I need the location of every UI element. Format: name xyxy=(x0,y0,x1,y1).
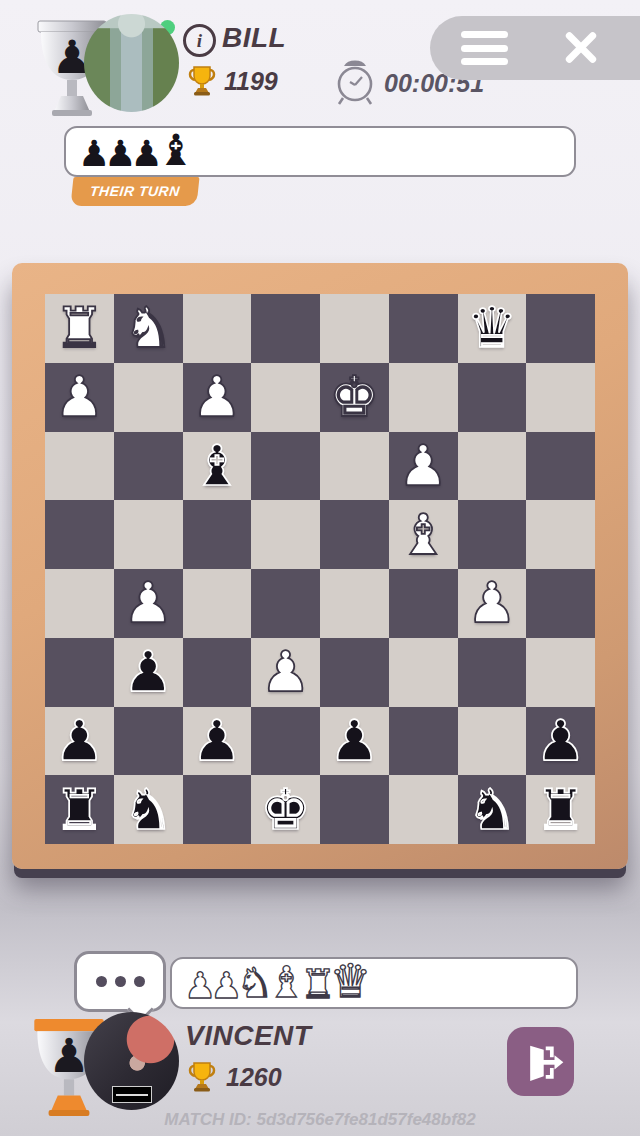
square-c1[interactable] xyxy=(389,294,458,363)
square-e5[interactable] xyxy=(251,569,320,638)
square-h4[interactable] xyxy=(45,500,114,569)
player-captured-tray: ♟♟♞♝♜♛ xyxy=(170,957,578,1009)
square-c8[interactable] xyxy=(389,775,458,844)
opponent-rating: 1199 xyxy=(224,67,278,96)
piece-black-pawn: ♟ xyxy=(192,713,242,769)
square-h7[interactable]: ♟ xyxy=(45,707,114,776)
piece-white-pawn: ♟ xyxy=(398,438,448,494)
square-g7[interactable] xyxy=(114,707,183,776)
square-b8[interactable]: ♞ xyxy=(458,775,527,844)
square-h2[interactable]: ♟ xyxy=(45,363,114,432)
square-f1[interactable] xyxy=(183,294,252,363)
piece-white-rook: ♜ xyxy=(54,300,104,356)
square-c6[interactable] xyxy=(389,638,458,707)
piece-black-knight: ♞ xyxy=(123,782,173,838)
piece-white-bishop: ♝ xyxy=(398,507,448,563)
square-d8[interactable] xyxy=(320,775,389,844)
exit-door-icon xyxy=(518,1038,564,1086)
square-f3[interactable]: ♝ xyxy=(183,432,252,501)
square-h3[interactable] xyxy=(45,432,114,501)
exit-button[interactable] xyxy=(507,1027,574,1096)
piece-white-knight: ♞ xyxy=(123,300,173,356)
square-d2[interactable]: ♚ xyxy=(320,363,389,432)
square-b2[interactable] xyxy=(458,363,527,432)
piece-black-rook: ♜ xyxy=(536,782,586,838)
square-a7[interactable]: ♟ xyxy=(526,707,595,776)
piece-white-king: ♚ xyxy=(329,369,379,425)
square-a8[interactable]: ♜ xyxy=(526,775,595,844)
square-g1[interactable]: ♞ xyxy=(114,294,183,363)
square-b1[interactable]: ♛ xyxy=(458,294,527,363)
square-g3[interactable] xyxy=(114,432,183,501)
player-name: VINCENT xyxy=(185,1020,311,1052)
square-c7[interactable] xyxy=(389,707,458,776)
square-g5[interactable]: ♟ xyxy=(114,569,183,638)
chess-board-frame: ♜♞♛♟♟♚♝♟♝♟♟♟♟♟♟♟♟♜♞♚♞♜ xyxy=(12,263,628,869)
piece-white-pawn: ♟ xyxy=(467,575,517,631)
square-h5[interactable] xyxy=(45,569,114,638)
piece-black-bishop: ♝ xyxy=(192,438,242,494)
square-f5[interactable] xyxy=(183,569,252,638)
parental-advisory-label xyxy=(112,1086,152,1103)
square-f7[interactable]: ♟ xyxy=(183,707,252,776)
square-e6[interactable]: ♟ xyxy=(251,638,320,707)
opponent-rating-trophy-icon xyxy=(186,64,218,96)
piece-black-rook: ♜ xyxy=(54,782,104,838)
square-f6[interactable] xyxy=(183,638,252,707)
square-g4[interactable] xyxy=(114,500,183,569)
chess-board: ♜♞♛♟♟♚♝♟♝♟♟♟♟♟♟♟♟♜♞♚♞♜ xyxy=(45,294,595,844)
turn-badge: THEIR TURN xyxy=(70,177,199,206)
square-h6[interactable] xyxy=(45,638,114,707)
square-d3[interactable] xyxy=(320,432,389,501)
square-a4[interactable] xyxy=(526,500,595,569)
piece-black-pawn: ♟ xyxy=(329,713,379,769)
square-d7[interactable]: ♟ xyxy=(320,707,389,776)
piece-white-pawn: ♟ xyxy=(192,369,242,425)
piece-white-pawn: ♟ xyxy=(261,644,311,700)
info-icon[interactable]: i xyxy=(183,24,216,57)
piece-black-pawn: ♟ xyxy=(54,713,104,769)
opponent-avatar[interactable] xyxy=(84,14,179,112)
piece-black-knight: ♞ xyxy=(467,782,517,838)
square-a1[interactable] xyxy=(526,294,595,363)
square-a3[interactable] xyxy=(526,432,595,501)
square-h8[interactable]: ♜ xyxy=(45,775,114,844)
square-g2[interactable] xyxy=(114,363,183,432)
square-e1[interactable] xyxy=(251,294,320,363)
chat-dots-icon xyxy=(96,976,107,987)
square-b3[interactable] xyxy=(458,432,527,501)
square-c2[interactable] xyxy=(389,363,458,432)
square-d4[interactable] xyxy=(320,500,389,569)
timer-clock-icon xyxy=(332,56,378,106)
piece-black-king: ♚ xyxy=(261,782,311,838)
square-e2[interactable] xyxy=(251,363,320,432)
square-e4[interactable] xyxy=(251,500,320,569)
square-e8[interactable]: ♚ xyxy=(251,775,320,844)
captured-white-queen: ♛ xyxy=(330,958,371,1004)
square-f4[interactable] xyxy=(183,500,252,569)
square-b5[interactable]: ♟ xyxy=(458,569,527,638)
piece-black-queen: ♛ xyxy=(467,300,517,356)
chess-app-screen: ♟ i BILL 1199 00:00:51 ♟♟♟♝ THEIR TURN ♜… xyxy=(0,0,640,1136)
info-icon-glyph: i xyxy=(197,30,202,52)
square-d5[interactable] xyxy=(320,569,389,638)
square-f8[interactable] xyxy=(183,775,252,844)
piece-white-pawn: ♟ xyxy=(54,369,104,425)
menu-pill xyxy=(430,16,640,80)
player-avatar[interactable] xyxy=(84,1012,179,1110)
square-f2[interactable]: ♟ xyxy=(183,363,252,432)
player-rating: 1260 xyxy=(226,1063,282,1092)
piece-black-pawn: ♟ xyxy=(123,644,173,700)
square-a5[interactable] xyxy=(526,569,595,638)
opponent-name: BILL xyxy=(222,22,286,54)
close-button[interactable] xyxy=(562,29,600,67)
square-c3[interactable]: ♟ xyxy=(389,432,458,501)
square-d6[interactable] xyxy=(320,638,389,707)
piece-black-pawn: ♟ xyxy=(536,713,586,769)
menu-button[interactable] xyxy=(461,31,508,65)
square-h1[interactable]: ♜ xyxy=(45,294,114,363)
square-e3[interactable] xyxy=(251,432,320,501)
piece-white-pawn: ♟ xyxy=(123,575,173,631)
square-b7[interactable] xyxy=(458,707,527,776)
square-b6[interactable] xyxy=(458,638,527,707)
square-c5[interactable] xyxy=(389,569,458,638)
square-e7[interactable] xyxy=(251,707,320,776)
square-b4[interactable] xyxy=(458,500,527,569)
hamburger-icon xyxy=(461,31,508,38)
square-d1[interactable] xyxy=(320,294,389,363)
player-rating-trophy-icon xyxy=(186,1060,218,1092)
square-a6[interactable] xyxy=(526,638,595,707)
opponent-captured-tray: ♟♟♟♝ xyxy=(64,126,576,177)
square-a2[interactable] xyxy=(526,363,595,432)
square-g8[interactable]: ♞ xyxy=(114,775,183,844)
captured-black-bishop: ♝ xyxy=(157,129,196,172)
square-c4[interactable]: ♝ xyxy=(389,500,458,569)
square-g6[interactable]: ♟ xyxy=(114,638,183,707)
chat-button[interactable] xyxy=(74,951,166,1012)
